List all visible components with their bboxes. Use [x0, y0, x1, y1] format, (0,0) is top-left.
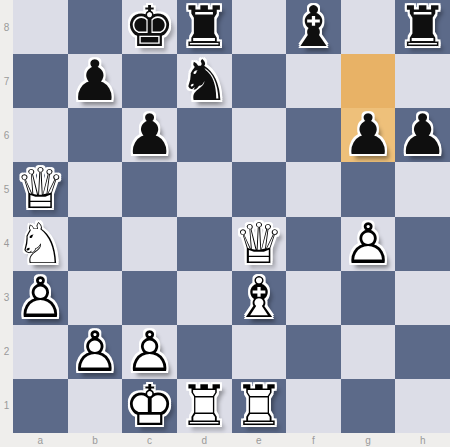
- piece-black-pawn[interactable]: ♟: [341, 108, 396, 162]
- rook-glyph-fill: ♜: [232, 379, 287, 433]
- square-h5[interactable]: [395, 162, 450, 216]
- square-h8[interactable]: ♜: [395, 0, 450, 54]
- square-f3[interactable]: [286, 271, 341, 325]
- king-glyph-fill: ♚: [122, 0, 177, 54]
- piece-white-pawn[interactable]: ♟♙: [341, 217, 396, 271]
- square-h4[interactable]: [395, 217, 450, 271]
- file-label-e: e: [232, 433, 287, 447]
- square-d5[interactable]: [177, 162, 232, 216]
- queen-glyph-fill: ♛: [13, 162, 68, 216]
- rank-label-5: 5: [0, 162, 13, 216]
- pawn-glyph-fill: ♟: [13, 271, 68, 325]
- king-glyph-outline: ♔: [122, 379, 177, 433]
- square-f4[interactable]: [286, 217, 341, 271]
- square-g4[interactable]: ♟♙: [341, 217, 396, 271]
- square-c6[interactable]: ♟: [122, 108, 177, 162]
- rank-labels: 87654321: [0, 0, 13, 433]
- square-c4[interactable]: [122, 217, 177, 271]
- bishop-glyph-outline: ♗: [232, 271, 287, 325]
- square-g7[interactable]: [341, 54, 396, 108]
- rook-glyph-outline: ♖: [232, 379, 287, 433]
- square-a2[interactable]: [13, 325, 68, 379]
- square-a4[interactable]: ♞♘: [13, 217, 68, 271]
- square-c5[interactable]: [122, 162, 177, 216]
- square-a3[interactable]: ♟♙: [13, 271, 68, 325]
- square-d1[interactable]: ♜♖: [177, 379, 232, 433]
- rook-glyph-fill: ♜: [395, 0, 450, 54]
- square-b1[interactable]: [68, 379, 123, 433]
- piece-white-knight[interactable]: ♞♘: [13, 217, 68, 271]
- square-c2[interactable]: ♟♙: [122, 325, 177, 379]
- square-b8[interactable]: [68, 0, 123, 54]
- piece-white-king[interactable]: ♚♔: [122, 379, 177, 433]
- pawn-glyph-fill: ♟: [68, 325, 123, 379]
- square-f6[interactable]: [286, 108, 341, 162]
- square-f5[interactable]: [286, 162, 341, 216]
- square-c3[interactable]: [122, 271, 177, 325]
- square-e7[interactable]: [232, 54, 287, 108]
- square-b6[interactable]: [68, 108, 123, 162]
- rank-label-7: 7: [0, 54, 13, 108]
- queen-glyph-outline: ♕: [232, 217, 287, 271]
- knight-glyph-fill: ♞: [177, 54, 232, 108]
- square-c7[interactable]: [122, 54, 177, 108]
- pawn-glyph-fill: ♟: [68, 54, 123, 108]
- file-label-h: h: [395, 433, 450, 447]
- piece-white-bishop[interactable]: ♝♗: [232, 271, 287, 325]
- file-label-b: b: [68, 433, 123, 447]
- square-f8[interactable]: ♝: [286, 0, 341, 54]
- pawn-glyph-outline: ♙: [341, 217, 396, 271]
- square-e6[interactable]: [232, 108, 287, 162]
- file-label-d: d: [177, 433, 232, 447]
- piece-white-pawn[interactable]: ♟♙: [68, 325, 123, 379]
- square-a5[interactable]: ♛♕: [13, 162, 68, 216]
- rank-label-8: 8: [0, 0, 13, 54]
- piece-white-rook[interactable]: ♜♖: [177, 379, 232, 433]
- piece-white-pawn[interactable]: ♟♙: [13, 271, 68, 325]
- square-f1[interactable]: [286, 379, 341, 433]
- square-a8[interactable]: [13, 0, 68, 54]
- pawn-glyph-outline: ♙: [13, 271, 68, 325]
- square-g1[interactable]: [341, 379, 396, 433]
- rook-glyph-fill: ♜: [177, 0, 232, 54]
- square-b2[interactable]: ♟♙: [68, 325, 123, 379]
- square-a7[interactable]: [13, 54, 68, 108]
- piece-white-queen[interactable]: ♛♕: [232, 217, 287, 271]
- piece-black-pawn[interactable]: ♟: [68, 54, 123, 108]
- rook-glyph-fill: ♜: [177, 379, 232, 433]
- file-label-c: c: [122, 433, 177, 447]
- square-c8[interactable]: ♚: [122, 0, 177, 54]
- square-h1[interactable]: [395, 379, 450, 433]
- bishop-glyph-fill: ♝: [232, 271, 287, 325]
- square-b5[interactable]: [68, 162, 123, 216]
- square-d4[interactable]: [177, 217, 232, 271]
- square-h2[interactable]: [395, 325, 450, 379]
- piece-white-queen[interactable]: ♛♕: [13, 162, 68, 216]
- square-a6[interactable]: [13, 108, 68, 162]
- knight-glyph-fill: ♞: [13, 217, 68, 271]
- pawn-glyph-outline: ♙: [122, 325, 177, 379]
- square-c1[interactable]: ♚♔: [122, 379, 177, 433]
- rank-label-6: 6: [0, 108, 13, 162]
- file-label-f: f: [286, 433, 341, 447]
- piece-black-rook[interactable]: ♜: [395, 0, 450, 54]
- piece-black-king[interactable]: ♚: [122, 0, 177, 54]
- rank-label-3: 3: [0, 271, 13, 325]
- piece-white-pawn[interactable]: ♟♙: [122, 325, 177, 379]
- rank-label-1: 1: [0, 379, 13, 433]
- piece-black-bishop[interactable]: ♝: [286, 0, 341, 54]
- square-e2[interactable]: [232, 325, 287, 379]
- square-f7[interactable]: [286, 54, 341, 108]
- square-g3[interactable]: [341, 271, 396, 325]
- square-d8[interactable]: ♜: [177, 0, 232, 54]
- piece-white-rook[interactable]: ♜♖: [232, 379, 287, 433]
- rank-label-4: 4: [0, 217, 13, 271]
- piece-black-pawn[interactable]: ♟: [122, 108, 177, 162]
- square-g2[interactable]: [341, 325, 396, 379]
- piece-black-knight[interactable]: ♞: [177, 54, 232, 108]
- square-d2[interactable]: [177, 325, 232, 379]
- pawn-glyph-outline: ♙: [68, 325, 123, 379]
- square-e8[interactable]: [232, 0, 287, 54]
- chess-app: 87654321 ♚♜♝♜♟♞♟♟♟♛♕♞♘♛♕♟♙♟♙♝♗♟♙♟♙♚♔♜♖♜♖…: [0, 0, 450, 447]
- square-h3[interactable]: [395, 271, 450, 325]
- file-label-a: a: [13, 433, 68, 447]
- pawn-glyph-fill: ♟: [395, 108, 450, 162]
- square-d3[interactable]: [177, 271, 232, 325]
- pawn-glyph-fill: ♟: [122, 325, 177, 379]
- square-g5[interactable]: [341, 162, 396, 216]
- square-b3[interactable]: [68, 271, 123, 325]
- square-b4[interactable]: [68, 217, 123, 271]
- square-a1[interactable]: [13, 379, 68, 433]
- file-label-g: g: [341, 433, 396, 447]
- knight-glyph-outline: ♘: [13, 217, 68, 271]
- square-e5[interactable]: [232, 162, 287, 216]
- square-e4[interactable]: ♛♕: [232, 217, 287, 271]
- pawn-glyph-fill: ♟: [341, 217, 396, 271]
- bishop-glyph-fill: ♝: [286, 0, 341, 54]
- rank-label-2: 2: [0, 325, 13, 379]
- chess-board: ♚♜♝♜♟♞♟♟♟♛♕♞♘♛♕♟♙♟♙♝♗♟♙♟♙♚♔♜♖♜♖: [13, 0, 450, 433]
- rook-glyph-outline: ♖: [177, 379, 232, 433]
- king-glyph-fill: ♚: [122, 379, 177, 433]
- queen-glyph-fill: ♛: [232, 217, 287, 271]
- pawn-glyph-fill: ♟: [122, 108, 177, 162]
- square-e3[interactable]: ♝♗: [232, 271, 287, 325]
- square-g6[interactable]: ♟: [341, 108, 396, 162]
- square-g8[interactable]: [341, 0, 396, 54]
- pawn-glyph-fill: ♟: [341, 108, 396, 162]
- square-d7[interactable]: ♞: [177, 54, 232, 108]
- square-f2[interactable]: [286, 325, 341, 379]
- square-h6[interactable]: ♟: [395, 108, 450, 162]
- piece-black-rook[interactable]: ♜: [177, 0, 232, 54]
- queen-glyph-outline: ♕: [13, 162, 68, 216]
- piece-black-pawn[interactable]: ♟: [395, 108, 450, 162]
- square-e1[interactable]: ♜♖: [232, 379, 287, 433]
- square-b7[interactable]: ♟: [68, 54, 123, 108]
- square-d6[interactable]: [177, 108, 232, 162]
- file-labels: abcdefgh: [13, 433, 450, 447]
- square-h7[interactable]: [395, 54, 450, 108]
